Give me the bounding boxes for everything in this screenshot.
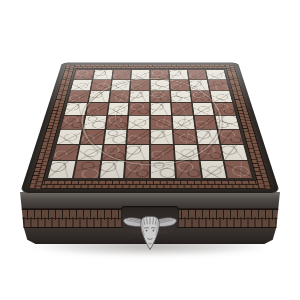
square-f6: [171, 91, 191, 102]
square-f1: [176, 161, 201, 178]
square-e6: [151, 91, 170, 102]
square-f4: [172, 116, 194, 129]
square-e7: [151, 80, 169, 90]
square-c2: [102, 145, 126, 160]
square-d7: [131, 80, 149, 90]
square-e4: [151, 116, 172, 129]
square-g6: [191, 91, 212, 102]
square-a2: [53, 145, 79, 160]
square-g5: [192, 103, 214, 115]
square-e1: [151, 161, 175, 178]
square-c5: [108, 103, 129, 115]
chess-board-lid: [20, 63, 280, 193]
square-a3: [57, 130, 82, 144]
square-h5: [213, 103, 235, 115]
square-h7: [208, 80, 229, 90]
square-f5: [172, 103, 193, 115]
square-f8: [169, 70, 187, 80]
squares-grid: [46, 69, 255, 179]
square-c4: [106, 116, 128, 129]
square-d3: [127, 130, 149, 144]
square-a8: [74, 70, 94, 80]
product-photo: [0, 0, 300, 300]
square-f2: [174, 145, 198, 160]
square-e3: [151, 130, 173, 144]
square-c3: [104, 130, 127, 144]
square-h2: [221, 145, 247, 160]
square-g2: [198, 145, 223, 160]
square-b4: [83, 116, 106, 129]
square-h4: [216, 116, 239, 129]
animal-head-clasp-icon: [121, 212, 179, 254]
square-g3: [196, 130, 220, 144]
square-c8: [112, 70, 130, 80]
square-b5: [86, 103, 108, 115]
square-h6: [211, 91, 232, 102]
square-b8: [93, 70, 112, 80]
square-b3: [80, 130, 104, 144]
square-e5: [151, 103, 171, 115]
square-h8: [206, 70, 226, 80]
square-a7: [71, 80, 92, 90]
square-g1: [200, 161, 226, 178]
square-g4: [194, 116, 217, 129]
square-e2: [151, 145, 174, 160]
square-a4: [61, 116, 84, 129]
square-a1: [48, 161, 75, 178]
square-d1: [125, 161, 149, 178]
square-h3: [218, 130, 243, 144]
square-c7: [111, 80, 130, 90]
square-f3: [173, 130, 196, 144]
square-e8: [151, 70, 169, 80]
square-d5: [129, 103, 149, 115]
square-g7: [189, 80, 209, 90]
square-d6: [130, 91, 149, 102]
meander-border-bottom: [28, 181, 271, 189]
meander-border-top: [65, 65, 235, 69]
square-d2: [126, 145, 149, 160]
square-b6: [89, 91, 110, 102]
square-d4: [128, 116, 149, 129]
square-f7: [170, 80, 189, 90]
square-b1: [74, 161, 100, 178]
square-h1: [225, 161, 252, 178]
square-a6: [68, 91, 89, 102]
square-b7: [91, 80, 111, 90]
square-g8: [188, 70, 207, 80]
square-c6: [109, 91, 129, 102]
square-d8: [132, 70, 150, 80]
square-b2: [77, 145, 102, 160]
square-a5: [65, 103, 87, 115]
square-c1: [99, 161, 124, 178]
